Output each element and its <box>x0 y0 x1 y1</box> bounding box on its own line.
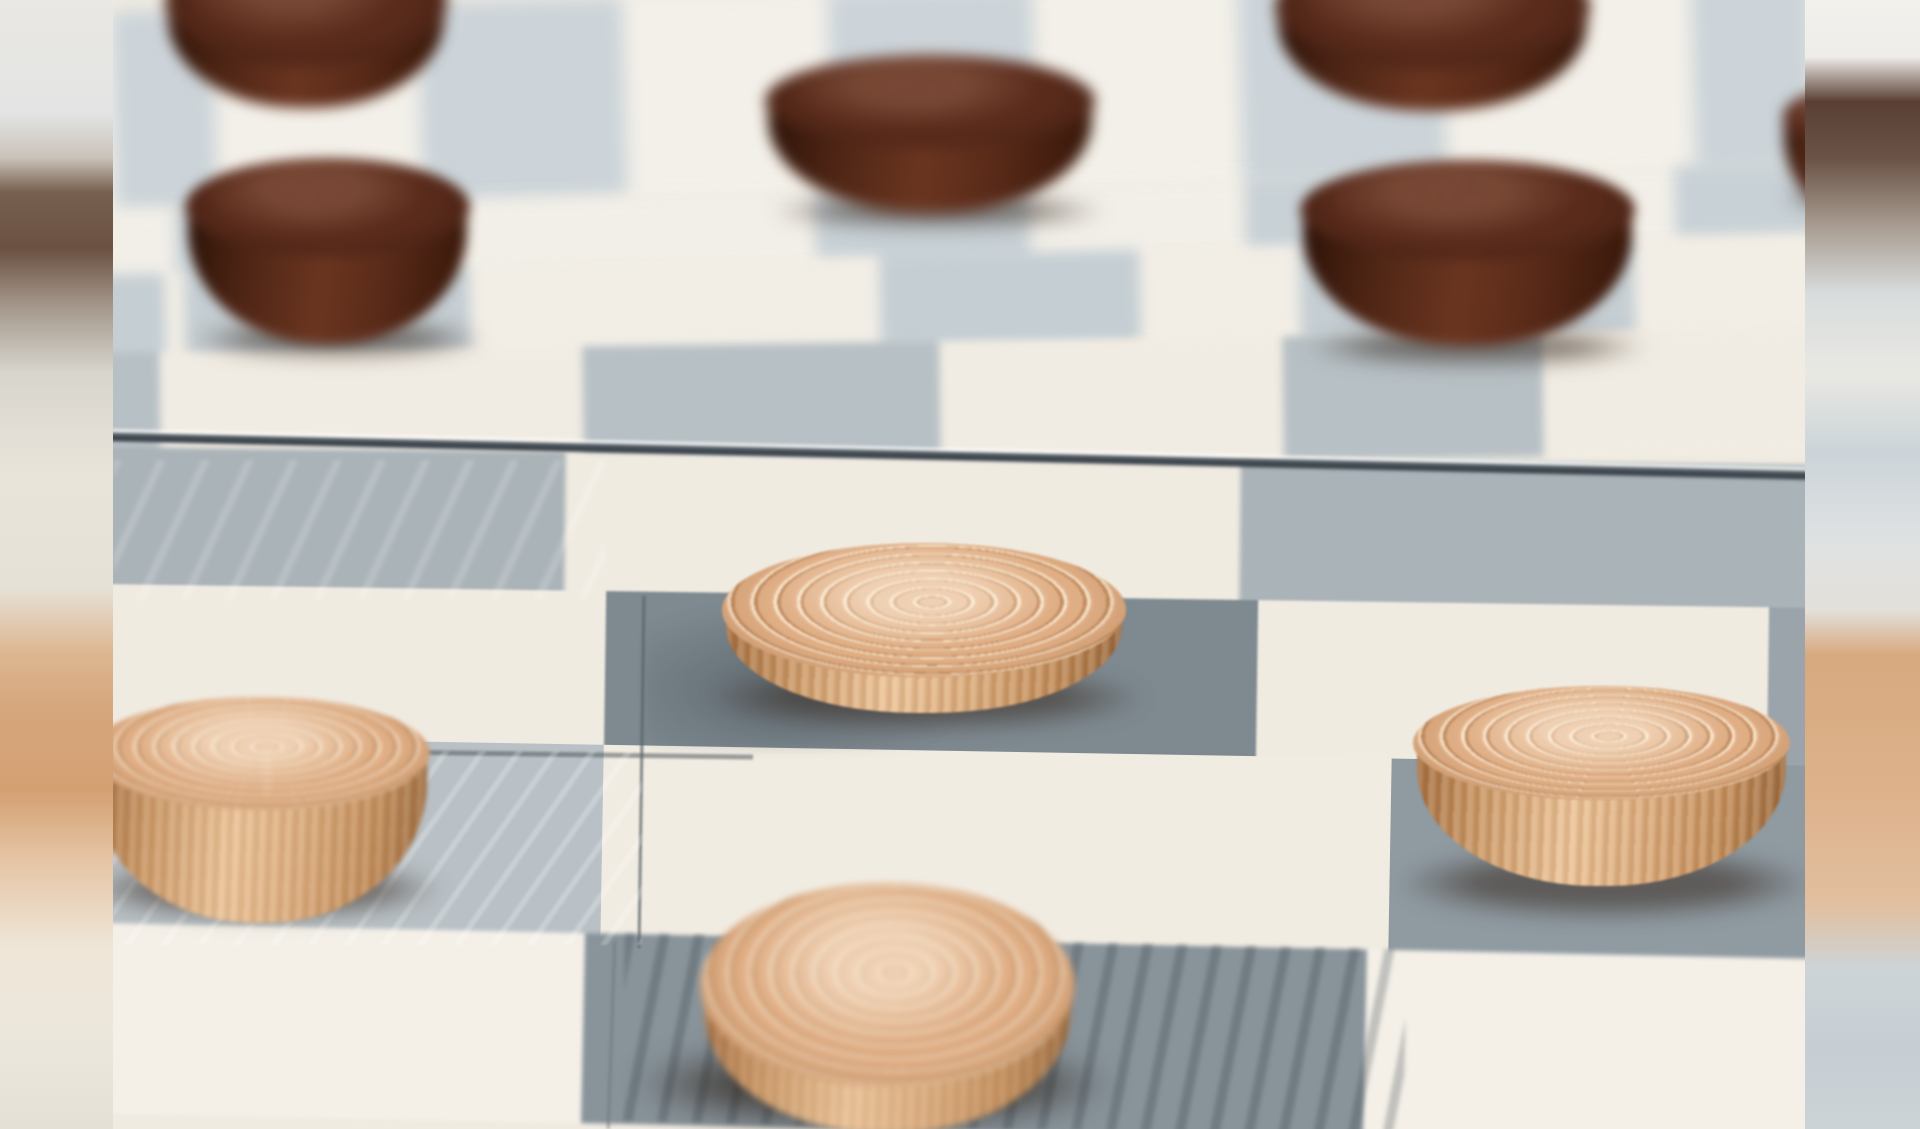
checker-piece-light[interactable] <box>113 697 430 923</box>
checkers-board: Close-up photograph of a wooden checkers… <box>113 0 1805 1129</box>
blur-bar-right <box>1805 0 1920 1129</box>
checker-piece-dark[interactable] <box>1275 0 1590 111</box>
piece-face <box>722 543 1126 677</box>
wood-grain-overlay <box>113 460 605 600</box>
checker-piece-light[interactable] <box>1413 686 1790 886</box>
piece-face <box>700 883 1075 1087</box>
piece-face <box>185 158 470 256</box>
piece-face <box>765 55 1095 147</box>
checker-piece-dark[interactable] <box>185 158 470 344</box>
piece-face <box>1300 160 1635 260</box>
blur-bar-left <box>0 0 113 1129</box>
checker-piece-dark[interactable] <box>765 55 1095 213</box>
checker-piece-light[interactable] <box>700 883 1075 1129</box>
checker-piece-dark[interactable] <box>1300 160 1635 346</box>
checker-piece-dark[interactable] <box>1783 90 1805 203</box>
piece-face <box>1413 686 1790 800</box>
checker-piece-dark[interactable] <box>165 0 447 108</box>
checker-piece-light[interactable] <box>722 543 1126 713</box>
checkers-photo: Close-up photograph of a wooden checkers… <box>0 0 1920 1129</box>
